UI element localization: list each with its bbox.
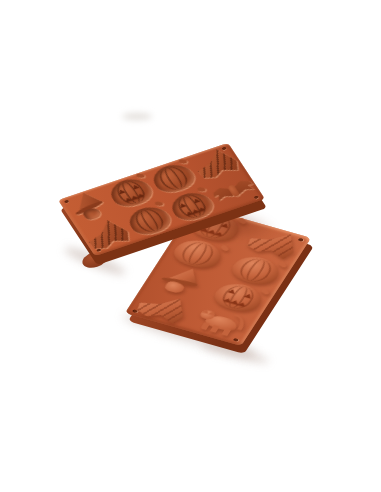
product-photo [0, 0, 381, 492]
faint-reflection-shadow [122, 113, 152, 120]
